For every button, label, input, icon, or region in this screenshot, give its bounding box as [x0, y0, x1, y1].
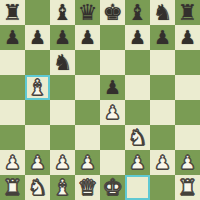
square-f1[interactable] [125, 175, 150, 200]
square-g2[interactable]: ♟ [150, 150, 175, 175]
piece-black-knight[interactable]: ♞ [50, 50, 75, 75]
square-h1[interactable]: ♜ [175, 175, 200, 200]
square-h2[interactable]: ♟ [175, 150, 200, 175]
piece-black-pawn[interactable]: ♟ [50, 25, 75, 50]
square-b1[interactable]: ♞ [25, 175, 50, 200]
square-h5[interactable] [175, 75, 200, 100]
piece-white-bishop[interactable]: ♝ [25, 75, 50, 100]
square-a6[interactable] [0, 50, 25, 75]
square-c3[interactable] [50, 125, 75, 150]
piece-white-pawn[interactable]: ♟ [75, 150, 100, 175]
square-a8[interactable]: ♜ [0, 0, 25, 25]
square-f3[interactable]: ♞ [125, 125, 150, 150]
square-c8[interactable]: ♝ [50, 0, 75, 25]
square-f7[interactable]: ♟ [125, 25, 150, 50]
square-e4[interactable]: ♟ [100, 100, 125, 125]
piece-black-pawn[interactable]: ♟ [125, 25, 150, 50]
square-g8[interactable]: ♞ [150, 0, 175, 25]
square-b3[interactable] [25, 125, 50, 150]
square-a7[interactable]: ♟ [0, 25, 25, 50]
square-g1[interactable] [150, 175, 175, 200]
square-d2[interactable]: ♟ [75, 150, 100, 175]
piece-white-king[interactable]: ♚ [100, 175, 125, 200]
square-e2[interactable] [100, 150, 125, 175]
square-f5[interactable] [125, 75, 150, 100]
piece-black-pawn[interactable]: ♟ [0, 25, 25, 50]
piece-black-pawn[interactable]: ♟ [25, 25, 50, 50]
square-g6[interactable] [150, 50, 175, 75]
piece-white-pawn[interactable]: ♟ [100, 100, 125, 125]
square-e6[interactable] [100, 50, 125, 75]
square-a5[interactable] [0, 75, 25, 100]
square-d8[interactable]: ♛ [75, 0, 100, 25]
square-e5[interactable]: ♟ [100, 75, 125, 100]
piece-black-knight[interactable]: ♞ [150, 0, 175, 25]
square-h4[interactable] [175, 100, 200, 125]
piece-white-pawn[interactable]: ♟ [25, 150, 50, 175]
square-f4[interactable] [125, 100, 150, 125]
square-h6[interactable] [175, 50, 200, 75]
square-g4[interactable] [150, 100, 175, 125]
square-f6[interactable] [125, 50, 150, 75]
piece-black-bishop[interactable]: ♝ [125, 0, 150, 25]
square-h7[interactable]: ♟ [175, 25, 200, 50]
piece-white-pawn[interactable]: ♟ [125, 150, 150, 175]
piece-white-pawn[interactable]: ♟ [175, 150, 200, 175]
square-e1[interactable]: ♚ [100, 175, 125, 200]
square-e8[interactable]: ♚ [100, 0, 125, 25]
square-h3[interactable] [175, 125, 200, 150]
piece-white-knight[interactable]: ♞ [25, 175, 50, 200]
square-b6[interactable] [25, 50, 50, 75]
square-a1[interactable]: ♜ [0, 175, 25, 200]
square-b7[interactable]: ♟ [25, 25, 50, 50]
square-c2[interactable]: ♟ [50, 150, 75, 175]
piece-black-pawn[interactable]: ♟ [150, 25, 175, 50]
square-g7[interactable]: ♟ [150, 25, 175, 50]
piece-black-pawn[interactable]: ♟ [175, 25, 200, 50]
square-g5[interactable] [150, 75, 175, 100]
piece-black-queen[interactable]: ♛ [75, 0, 100, 25]
square-d6[interactable] [75, 50, 100, 75]
piece-black-bishop[interactable]: ♝ [50, 0, 75, 25]
square-c1[interactable]: ♝ [50, 175, 75, 200]
piece-white-knight[interactable]: ♞ [125, 125, 150, 150]
square-d4[interactable] [75, 100, 100, 125]
square-c7[interactable]: ♟ [50, 25, 75, 50]
square-g3[interactable] [150, 125, 175, 150]
square-a3[interactable] [0, 125, 25, 150]
piece-white-pawn[interactable]: ♟ [50, 150, 75, 175]
square-d5[interactable] [75, 75, 100, 100]
piece-black-rook[interactable]: ♜ [0, 0, 25, 25]
piece-black-pawn[interactable]: ♟ [75, 25, 100, 50]
piece-white-bishop[interactable]: ♝ [50, 175, 75, 200]
square-c5[interactable] [50, 75, 75, 100]
square-b2[interactable]: ♟ [25, 150, 50, 175]
piece-black-rook[interactable]: ♜ [175, 0, 200, 25]
square-f8[interactable]: ♝ [125, 0, 150, 25]
square-h8[interactable]: ♜ [175, 0, 200, 25]
piece-black-pawn[interactable]: ♟ [100, 75, 125, 100]
square-d7[interactable]: ♟ [75, 25, 100, 50]
chess-board: ♜♝♛♚♝♞♜♟♟♟♟♟♟♟♞♝♟♟♞♟♟♟♟♟♟♟♜♞♝♛♚♜ [0, 0, 200, 200]
square-c4[interactable] [50, 100, 75, 125]
square-b8[interactable] [25, 0, 50, 25]
square-e7[interactable] [100, 25, 125, 50]
piece-white-pawn[interactable]: ♟ [150, 150, 175, 175]
piece-white-queen[interactable]: ♛ [75, 175, 100, 200]
square-b4[interactable] [25, 100, 50, 125]
square-a2[interactable]: ♟ [0, 150, 25, 175]
piece-black-king[interactable]: ♚ [100, 0, 125, 25]
piece-white-pawn[interactable]: ♟ [0, 150, 25, 175]
square-e3[interactable] [100, 125, 125, 150]
square-d3[interactable] [75, 125, 100, 150]
square-d1[interactable]: ♛ [75, 175, 100, 200]
square-c6[interactable]: ♞ [50, 50, 75, 75]
square-b5[interactable]: ♝ [25, 75, 50, 100]
square-a4[interactable] [0, 100, 25, 125]
piece-white-rook[interactable]: ♜ [0, 175, 25, 200]
square-f2[interactable]: ♟ [125, 150, 150, 175]
piece-white-rook[interactable]: ♜ [175, 175, 200, 200]
